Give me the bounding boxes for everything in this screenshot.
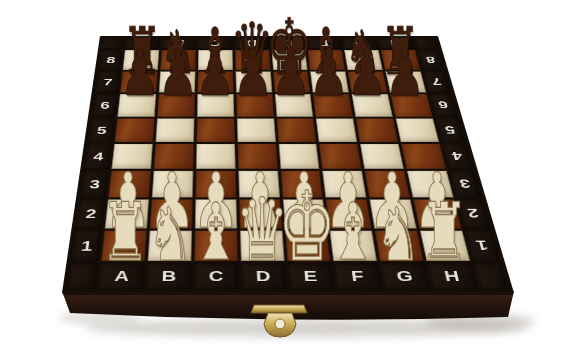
square-d8[interactable] (235, 50, 271, 70)
square-f3[interactable] (322, 171, 366, 198)
square-c1[interactable] (194, 230, 238, 261)
square-d1[interactable] (240, 230, 284, 261)
square-a3[interactable] (108, 171, 151, 198)
file-label-top-e-text: E (282, 39, 293, 48)
file-label-bottom-h-text: H (443, 268, 461, 283)
file-label-top-d-text: D (246, 39, 258, 48)
square-c5[interactable] (196, 118, 234, 142)
rank-label-right-5: 5 (435, 118, 465, 142)
square-g7[interactable] (348, 71, 388, 92)
corner-top-right (414, 38, 438, 49)
square-h6[interactable] (390, 94, 432, 116)
rank-label-right-2-text: 2 (466, 207, 480, 220)
square-h3[interactable] (407, 171, 454, 198)
square-f8[interactable] (308, 50, 346, 70)
square-g6[interactable] (352, 94, 393, 116)
square-g2[interactable] (369, 200, 416, 229)
file-label-top-h-text: H (390, 39, 403, 48)
square-a5[interactable] (115, 118, 155, 142)
rank-label-right-4-text: 4 (451, 150, 464, 162)
square-e2[interactable] (282, 200, 326, 229)
file-label-bottom-d-text: D (256, 268, 271, 283)
square-g1[interactable] (375, 230, 424, 261)
square-h2[interactable] (413, 200, 461, 229)
file-label-top-c: C (198, 38, 232, 49)
rank-label-right-8-text: 8 (425, 55, 436, 64)
square-f5[interactable] (316, 118, 357, 142)
square-d5[interactable] (237, 118, 276, 142)
rank-label-right-8: 8 (417, 50, 444, 70)
square-e7[interactable] (273, 71, 311, 92)
rank-label-right-3: 3 (449, 171, 481, 198)
corner-top-left (102, 38, 124, 49)
rank-label-left-6: 6 (92, 94, 118, 116)
square-f2[interactable] (326, 200, 372, 229)
file-label-bottom-e: E (287, 263, 334, 289)
square-b5[interactable] (156, 118, 195, 142)
square-e3[interactable] (280, 171, 323, 198)
file-label-bottom-h: H (427, 263, 477, 289)
rank-label-left-4: 4 (85, 144, 112, 169)
square-h7[interactable] (385, 71, 426, 92)
rank-label-right-6-text: 6 (437, 100, 449, 110)
square-c6[interactable] (197, 94, 234, 116)
square-b2[interactable] (150, 200, 193, 229)
square-h4[interactable] (401, 144, 446, 169)
rank-label-left-8: 8 (99, 50, 123, 70)
square-d7[interactable] (235, 71, 272, 92)
square-h1[interactable] (420, 230, 470, 261)
square-e6[interactable] (274, 94, 313, 116)
rank-label-left-8-text: 8 (106, 55, 116, 64)
rank-label-left-5: 5 (89, 118, 116, 142)
file-label-top-a: A (125, 38, 160, 49)
file-label-bottom-d: D (241, 263, 287, 289)
square-b4[interactable] (154, 144, 194, 169)
square-b8[interactable] (160, 50, 196, 70)
square-f4[interactable] (319, 144, 362, 169)
square-c3[interactable] (195, 171, 236, 198)
square-h8[interactable] (381, 50, 420, 70)
file-label-bottom-a: A (98, 263, 145, 289)
file-label-top-c-text: C (210, 39, 221, 48)
square-b3[interactable] (152, 171, 193, 198)
square-f6[interactable] (313, 94, 353, 116)
square-f7[interactable] (310, 71, 349, 92)
square-d2[interactable] (239, 200, 282, 229)
square-g5[interactable] (356, 118, 398, 142)
file-label-top-g: G (342, 38, 378, 49)
rank-label-left-2: 2 (76, 200, 105, 229)
square-a2[interactable] (105, 200, 149, 229)
rank-label-left-6-text: 6 (100, 100, 111, 110)
square-c8[interactable] (198, 50, 233, 70)
photo-scene: ABCDEFGH8877665544332211ABCDEFGH ♜♞♝♛♚♝♞… (0, 0, 563, 350)
rank-label-left-1: 1 (71, 230, 102, 261)
rank-label-right-1: 1 (465, 230, 500, 261)
rank-label-right-6: 6 (429, 94, 458, 116)
file-label-top-e: E (270, 38, 305, 49)
rank-label-right-5-text: 5 (444, 124, 457, 135)
corner-bottom-right (473, 263, 508, 289)
chessboard: ABCDEFGH8877665544332211ABCDEFGH (62, 36, 514, 293)
file-label-top-b: B (162, 38, 196, 49)
corner-bottom-left (67, 263, 98, 289)
file-label-top-h: H (378, 38, 414, 49)
rank-label-right-1-text: 1 (475, 238, 490, 252)
rank-label-left-5-text: 5 (96, 124, 107, 135)
file-label-bottom-e-text: E (303, 268, 318, 283)
square-a8[interactable] (123, 50, 160, 70)
square-a6[interactable] (118, 94, 157, 116)
file-label-bottom-g: G (380, 263, 429, 289)
rank-label-left-3-text: 3 (89, 178, 101, 191)
file-label-bottom-a-text: A (114, 268, 130, 283)
rank-label-left-3: 3 (81, 171, 109, 198)
square-b6[interactable] (157, 94, 195, 116)
file-label-bottom-f: F (334, 263, 382, 289)
file-label-top-b-text: B (173, 39, 185, 48)
rank-label-right-3-text: 3 (458, 178, 472, 191)
rank-label-right-7-text: 7 (431, 77, 443, 87)
square-g3[interactable] (365, 171, 410, 198)
file-label-bottom-c: C (194, 263, 239, 289)
rank-label-right-4: 4 (442, 144, 473, 169)
file-label-top-g-text: G (353, 39, 367, 48)
square-c4[interactable] (196, 144, 236, 169)
square-e5[interactable] (276, 118, 316, 142)
square-b1[interactable] (148, 230, 192, 261)
square-e8[interactable] (271, 50, 308, 70)
rank-label-right-7: 7 (423, 71, 451, 92)
rank-label-left-7: 7 (96, 71, 121, 92)
board-grid: ABCDEFGH8877665544332211ABCDEFGH (67, 38, 508, 289)
rank-label-left-1-text: 1 (81, 238, 94, 252)
file-label-bottom-f-text: F (350, 268, 365, 283)
rank-label-left-7-text: 7 (103, 77, 113, 87)
square-d3[interactable] (238, 171, 280, 198)
square-a1[interactable] (101, 230, 147, 261)
file-label-top-f: F (306, 38, 341, 49)
file-label-bottom-g-text: G (395, 268, 414, 283)
square-g4[interactable] (360, 144, 404, 169)
file-label-bottom-b-text: B (161, 268, 176, 283)
square-d4[interactable] (237, 144, 277, 169)
file-label-top-a-text: A (137, 39, 149, 48)
file-label-bottom-b: B (146, 263, 191, 289)
square-c2[interactable] (195, 200, 237, 229)
square-e4[interactable] (278, 144, 319, 169)
square-d6[interactable] (236, 94, 274, 116)
square-h5[interactable] (395, 118, 438, 142)
rank-label-left-4-text: 4 (93, 150, 104, 162)
rank-label-left-2-text: 2 (85, 207, 97, 220)
square-g8[interactable] (344, 50, 383, 70)
rank-label-right-2: 2 (457, 200, 491, 229)
square-b7[interactable] (159, 71, 196, 92)
file-label-top-d: D (234, 38, 268, 49)
square-a7[interactable] (120, 71, 158, 92)
square-a4[interactable] (112, 144, 153, 169)
square-c7[interactable] (197, 71, 233, 92)
square-f1[interactable] (330, 230, 377, 261)
square-e1[interactable] (285, 230, 331, 261)
file-label-top-f-text: F (318, 39, 329, 48)
file-label-bottom-c-text: C (209, 268, 224, 283)
